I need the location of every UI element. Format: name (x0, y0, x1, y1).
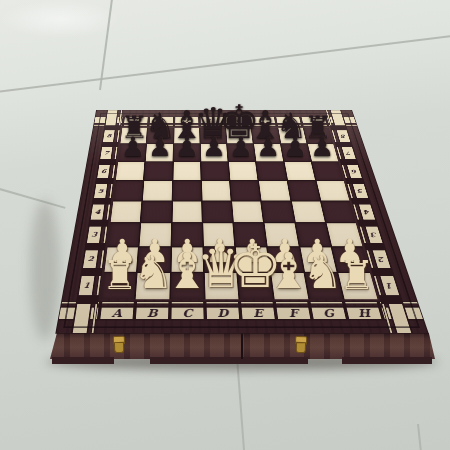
piece-black-pawn-e7[interactable]: ♟ (229, 134, 253, 161)
rank-label-left-5: 5 (98, 188, 104, 193)
square-d6[interactable] (201, 162, 229, 180)
rank-label-left-8: 8 (106, 134, 111, 138)
square-c5[interactable] (173, 181, 201, 200)
band-groove (104, 125, 121, 130)
band-groove (330, 125, 348, 130)
square-a4[interactable] (111, 202, 142, 223)
file-label-bottom-g: G (322, 308, 335, 319)
rank-label-right-6: 6 (351, 169, 358, 174)
band-groove (101, 142, 119, 147)
rank-label-right-8: 8 (340, 134, 346, 138)
piece-black-pawn-h7[interactable]: ♟ (310, 134, 334, 161)
band-groove (88, 219, 109, 226)
rank-label-left-4: 4 (94, 209, 100, 215)
band-groove (84, 243, 106, 251)
square-e4[interactable] (232, 202, 263, 223)
square-e6[interactable] (229, 162, 258, 180)
piece-black-pawn-b7[interactable]: ♟ (148, 134, 172, 161)
band-groove (339, 159, 358, 165)
square-h4[interactable] (321, 202, 355, 223)
square-g4[interactable] (292, 202, 325, 223)
rank-label-left-7: 7 (104, 151, 110, 156)
file-label-bottom-f: F (288, 308, 299, 319)
piece-black-pawn-c7[interactable]: ♟ (175, 134, 199, 161)
file-label-bottom-b: B (147, 308, 158, 319)
square-c6[interactable] (173, 162, 200, 180)
square-f5[interactable] (259, 181, 290, 200)
photo-chess-scene: AABBCCDDEEFFGGHH1122334455667788 ♜♞♝♛♚♝♞… (0, 0, 450, 450)
rank-label-left-3: 3 (91, 231, 98, 237)
square-b4[interactable] (141, 202, 171, 223)
file-label-bottom-h: H (357, 308, 372, 319)
rank-label-left-2: 2 (87, 255, 94, 262)
square-c4[interactable] (172, 202, 201, 223)
brass-clasp-right-icon (294, 336, 307, 352)
band-groove (379, 295, 404, 304)
band-groove (95, 178, 114, 184)
band-groove (80, 268, 102, 276)
band-groove (203, 301, 207, 320)
square-b6[interactable] (144, 162, 172, 180)
rank-label-left-1: 1 (83, 282, 90, 289)
piece-black-pawn-d7[interactable]: ♟ (202, 134, 226, 161)
band-groove (364, 243, 387, 251)
band-groove (345, 178, 365, 184)
piece-white-rook-h1[interactable]: ♜ (339, 255, 375, 295)
band-groove (334, 142, 353, 147)
band-groove (92, 198, 112, 205)
brass-clasp-left-icon (112, 336, 125, 352)
file-label-bottom-e: E (253, 308, 264, 319)
square-h5[interactable] (316, 181, 349, 200)
file-label-bottom-a: A (112, 308, 123, 319)
band-groove (351, 198, 372, 205)
piece-black-pawn-f7[interactable]: ♟ (256, 134, 280, 161)
band-groove (357, 219, 379, 226)
file-label-bottom-c: C (182, 308, 192, 319)
square-g5[interactable] (288, 181, 320, 200)
square-a5[interactable] (113, 181, 143, 200)
square-d4[interactable] (202, 202, 232, 223)
square-g6[interactable] (284, 162, 315, 180)
band-groove (76, 295, 99, 304)
band-groove (168, 301, 172, 320)
piece-black-pawn-a7[interactable]: ♟ (121, 134, 145, 161)
piece-white-knight-g1[interactable]: ♞ (302, 250, 343, 296)
square-h6[interactable] (312, 162, 344, 180)
piece-black-pawn-g7[interactable]: ♟ (283, 134, 307, 161)
file-label-bottom-d: D (217, 308, 229, 319)
square-b5[interactable] (143, 181, 172, 200)
rank-label-right-7: 7 (345, 151, 351, 156)
square-d5[interactable] (202, 181, 231, 200)
rank-label-left-6: 6 (101, 169, 107, 174)
band-groove (98, 159, 117, 165)
square-f4[interactable] (262, 202, 294, 223)
square-e5[interactable] (230, 181, 260, 200)
square-a6[interactable] (116, 162, 145, 180)
board-perspective-wrap: AABBCCDDEEFFGGHH1122334455667788 (0, 0, 450, 450)
square-f6[interactable] (257, 162, 287, 180)
